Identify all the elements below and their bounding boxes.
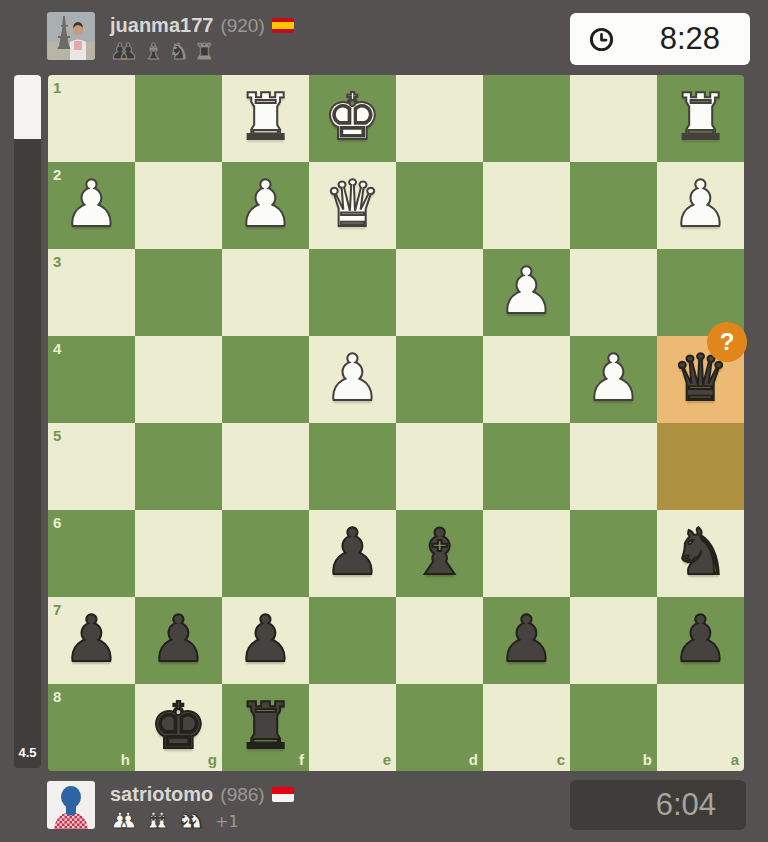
square-b8[interactable]: b [570, 684, 657, 771]
file-label-f: f [299, 751, 304, 768]
square-a1[interactable]: ♜ [657, 75, 744, 162]
square-g4[interactable] [135, 336, 222, 423]
square-a5[interactable] [657, 423, 744, 510]
square-c4[interactable] [483, 336, 570, 423]
captured-rook: ♜ [194, 40, 214, 64]
opponent-captured-pieces: ♟♟♝♞♜ [110, 40, 294, 64]
chess-app: juanma177 (920) ♟♟♝♞♜ 8:28 4.5 1♜♚♜♟2♟♛♟… [0, 0, 768, 842]
rank-label-6: 6 [53, 514, 61, 531]
square-d3[interactable] [396, 249, 483, 336]
mistake-badge-icon: ? [707, 322, 747, 362]
black-bishop[interactable]: ♝ [396, 510, 483, 597]
square-b2[interactable] [570, 162, 657, 249]
player-clock: 6:04 [570, 780, 746, 830]
file-label-e: e [383, 751, 391, 768]
square-e7[interactable] [309, 597, 396, 684]
square-c3[interactable]: ♟ [483, 249, 570, 336]
square-f1[interactable]: ♜ [222, 75, 309, 162]
square-d5[interactable] [396, 423, 483, 510]
square-b3[interactable] [570, 249, 657, 336]
file-label-c: c [557, 751, 565, 768]
square-c6[interactable] [483, 510, 570, 597]
square-g6[interactable] [135, 510, 222, 597]
square-g5[interactable] [135, 423, 222, 510]
square-d4[interactable] [396, 336, 483, 423]
captured-pawn-pair: ♟♟ [110, 40, 139, 64]
white-queen[interactable]: ♛ [309, 162, 396, 249]
rank-label-3: 3 [53, 253, 61, 270]
square-g7[interactable]: ♟ [135, 597, 222, 684]
captured-bishop: ♝ [144, 40, 164, 64]
white-pawn[interactable]: ♟ [657, 162, 744, 249]
rank-label-2: 2 [53, 166, 61, 183]
chess-board[interactable]: 1♜♚♜♟2♟♛♟3♟4♟♟♛?56♟♝♞♟7♟♟♟♟8h♚g♜fedcba [48, 75, 744, 771]
white-pawn[interactable]: ♟ [309, 336, 396, 423]
square-f6[interactable] [222, 510, 309, 597]
square-c7[interactable]: ♟ [483, 597, 570, 684]
indonesia-flag-icon [272, 787, 294, 802]
square-d8[interactable]: d [396, 684, 483, 771]
white-pawn[interactable]: ♟ [483, 249, 570, 336]
square-a8[interactable]: a [657, 684, 744, 771]
player-rating: (986) [220, 784, 264, 806]
square-d6[interactable]: ♝ [396, 510, 483, 597]
square-f4[interactable] [222, 336, 309, 423]
square-e1[interactable]: ♚ [309, 75, 396, 162]
file-label-d: d [469, 751, 478, 768]
material-advantage: +1 [215, 812, 239, 831]
player-username[interactable]: satriotomo [110, 783, 213, 806]
square-b6[interactable] [570, 510, 657, 597]
opponent-info: juanma177 (920) ♟♟♝♞♜ [110, 14, 294, 64]
player-captured-pieces: ♟♟♝♝♞♞+1 [110, 809, 294, 833]
black-knight[interactable]: ♞ [657, 510, 744, 597]
square-e8[interactable]: e [309, 684, 396, 771]
top-player-bar: juanma177 (920) ♟♟♝♞♜ 8:28 [0, 0, 768, 75]
square-c5[interactable] [483, 423, 570, 510]
square-d1[interactable] [396, 75, 483, 162]
square-g3[interactable] [135, 249, 222, 336]
player-avatar-silhouette [47, 781, 95, 829]
square-b7[interactable] [570, 597, 657, 684]
white-rook[interactable]: ♜ [222, 75, 309, 162]
player-clock-time: 6:04 [570, 787, 746, 823]
square-f3[interactable] [222, 249, 309, 336]
file-label-g: g [208, 751, 217, 768]
square-c8[interactable]: c [483, 684, 570, 771]
square-h2[interactable]: ♟2 [48, 162, 135, 249]
square-e3[interactable] [309, 249, 396, 336]
square-g8[interactable]: ♚g [135, 684, 222, 771]
white-king[interactable]: ♚ [309, 75, 396, 162]
square-d7[interactable] [396, 597, 483, 684]
file-label-a: a [731, 751, 739, 768]
bottom-player-bar: satriotomo (986) ♟♟♝♝♞♞+1 6:04 [0, 775, 768, 842]
clock-icon [588, 26, 615, 53]
opponent-clock-time: 8:28 [615, 21, 750, 57]
captured-knight: ♞ [169, 40, 189, 64]
square-f5[interactable] [222, 423, 309, 510]
square-b4[interactable]: ♟ [570, 336, 657, 423]
file-label-h: h [121, 751, 130, 768]
black-pawn[interactable]: ♟ [657, 597, 744, 684]
captured-knight-pair: ♞♞ [177, 809, 206, 833]
rank-label-7: 7 [53, 601, 61, 618]
white-pawn[interactable]: ♟ [222, 162, 309, 249]
rank-label-4: 4 [53, 340, 61, 357]
opponent-username[interactable]: juanma177 [110, 14, 213, 37]
square-a7[interactable]: ♟ [657, 597, 744, 684]
rank-label-1: 1 [53, 79, 61, 96]
square-d2[interactable] [396, 162, 483, 249]
square-b1[interactable] [570, 75, 657, 162]
square-h6[interactable]: 6 [48, 510, 135, 597]
square-e4[interactable]: ♟ [309, 336, 396, 423]
black-pawn[interactable]: ♟ [222, 597, 309, 684]
square-e5[interactable] [309, 423, 396, 510]
square-h7[interactable]: ♟7 [48, 597, 135, 684]
square-c2[interactable] [483, 162, 570, 249]
square-h8[interactable]: 8h [48, 684, 135, 771]
opponent-rating: (920) [220, 15, 264, 37]
square-e2[interactable]: ♛ [309, 162, 396, 249]
square-a6[interactable]: ♞ [657, 510, 744, 597]
square-a2[interactable]: ♟ [657, 162, 744, 249]
opponent-avatar-photo [47, 12, 95, 60]
square-f8[interactable]: ♜f [222, 684, 309, 771]
captured-bishop-pair: ♝♝ [144, 809, 173, 833]
file-label-b: b [643, 751, 652, 768]
square-f7[interactable]: ♟ [222, 597, 309, 684]
white-rook[interactable]: ♜ [657, 75, 744, 162]
black-pawn[interactable]: ♟ [483, 597, 570, 684]
player-avatar[interactable] [47, 781, 95, 829]
opponent-clock: 8:28 [570, 13, 750, 65]
white-pawn[interactable]: ♟ [570, 336, 657, 423]
square-c1[interactable] [483, 75, 570, 162]
square-h3[interactable]: 3 [48, 249, 135, 336]
evaluation-bar: 4.5 [14, 75, 41, 768]
player-info: satriotomo (986) ♟♟♝♝♞♞+1 [110, 783, 294, 833]
rank-label-5: 5 [53, 427, 61, 444]
rank-label-8: 8 [53, 688, 61, 705]
captured-pawn-pair: ♟♟ [110, 809, 139, 833]
black-pawn[interactable]: ♟ [135, 597, 222, 684]
square-a4[interactable]: ♛? [657, 336, 744, 423]
evaluation-white-segment [14, 75, 41, 139]
spain-flag-icon [272, 18, 294, 33]
black-rook[interactable]: ♜ [222, 684, 309, 771]
square-e6[interactable]: ♟ [309, 510, 396, 597]
square-h4[interactable]: 4 [48, 336, 135, 423]
square-g1[interactable] [135, 75, 222, 162]
opponent-avatar[interactable] [47, 12, 95, 60]
evaluation-score: 4.5 [14, 745, 41, 760]
square-b5[interactable] [570, 423, 657, 510]
square-f2[interactable]: ♟ [222, 162, 309, 249]
square-g2[interactable] [135, 162, 222, 249]
black-pawn[interactable]: ♟ [309, 510, 396, 597]
square-h1[interactable]: 1 [48, 75, 135, 162]
square-h5[interactable]: 5 [48, 423, 135, 510]
